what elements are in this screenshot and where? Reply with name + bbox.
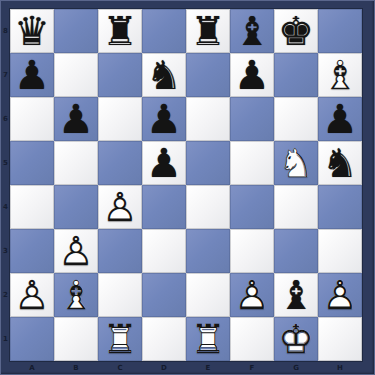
rank-label-3: 3 — [1, 229, 10, 273]
rank-label-6: 6 — [1, 97, 10, 141]
black-pawn[interactable]: ♟ — [230, 53, 274, 97]
square-b2[interactable]: ♝♗ — [54, 273, 98, 317]
rank-label-2: 2 — [1, 273, 10, 317]
black-pawn[interactable]: ♟ — [142, 141, 186, 185]
square-f8[interactable]: ♝ — [230, 9, 274, 53]
white-rook-glyph-outline: ♖ — [98, 317, 142, 361]
rank-label-4: 4 — [1, 185, 10, 229]
square-b5[interactable] — [54, 141, 98, 185]
white-bishop[interactable]: ♝♗ — [318, 53, 362, 97]
square-d1[interactable] — [142, 317, 186, 361]
rank-label-8: 8 — [1, 9, 10, 53]
white-king-glyph-outline: ♔ — [274, 317, 318, 361]
file-label-a: A — [10, 361, 54, 374]
black-bishop[interactable]: ♝ — [274, 273, 318, 317]
black-pawn[interactable]: ♟ — [10, 53, 54, 97]
square-f4[interactable] — [230, 185, 274, 229]
white-pawn[interactable]: ♟♙ — [54, 229, 98, 273]
square-a6[interactable] — [10, 97, 54, 141]
black-rook[interactable]: ♜ — [98, 9, 142, 53]
file-label-g: G — [274, 361, 318, 374]
square-g4[interactable] — [274, 185, 318, 229]
black-queen[interactable]: ♛ — [10, 9, 54, 53]
square-d4[interactable] — [142, 185, 186, 229]
black-pawn[interactable]: ♟ — [142, 97, 186, 141]
square-g7[interactable] — [274, 53, 318, 97]
chess-board: ♛♜♜♝♚♟♞♟♝♗♟♟♟♟♞♘♞♟♙♟♙♟♙♝♗♟♙♝♟♙♜♖♜♖♚♔ — [10, 9, 362, 361]
white-bishop-glyph-outline: ♗ — [54, 273, 98, 317]
white-pawn[interactable]: ♟♙ — [98, 185, 142, 229]
rank-label-7: 7 — [1, 53, 10, 97]
square-a5[interactable] — [10, 141, 54, 185]
white-rook[interactable]: ♜♖ — [98, 317, 142, 361]
file-labels: ABCDEFGH — [10, 361, 362, 375]
square-g6[interactable] — [274, 97, 318, 141]
black-pawn[interactable]: ♟ — [318, 97, 362, 141]
file-label-f: F — [230, 361, 274, 374]
square-a1[interactable] — [10, 317, 54, 361]
square-c2[interactable] — [98, 273, 142, 317]
rank-label-5: 5 — [1, 141, 10, 185]
white-rook-glyph-outline: ♖ — [186, 317, 230, 361]
square-f7[interactable]: ♟ — [230, 53, 274, 97]
square-e6[interactable] — [186, 97, 230, 141]
square-b1[interactable] — [54, 317, 98, 361]
square-a8[interactable]: ♛ — [10, 9, 54, 53]
square-g5[interactable]: ♞♘ — [274, 141, 318, 185]
square-f5[interactable] — [230, 141, 274, 185]
square-h2[interactable]: ♟♙ — [318, 273, 362, 317]
white-pawn-glyph-outline: ♙ — [10, 273, 54, 317]
black-rook[interactable]: ♜ — [186, 9, 230, 53]
square-b4[interactable] — [54, 185, 98, 229]
square-f2[interactable]: ♟♙ — [230, 273, 274, 317]
file-label-h: H — [318, 361, 362, 374]
square-a2[interactable]: ♟♙ — [10, 273, 54, 317]
square-a4[interactable] — [10, 185, 54, 229]
file-label-d: D — [142, 361, 186, 374]
white-rook[interactable]: ♜♖ — [186, 317, 230, 361]
white-knight[interactable]: ♞♘ — [274, 141, 318, 185]
square-c1[interactable]: ♜♖ — [98, 317, 142, 361]
square-e3[interactable] — [186, 229, 230, 273]
square-d6[interactable]: ♟ — [142, 97, 186, 141]
black-king[interactable]: ♚ — [274, 9, 318, 53]
white-knight-glyph-outline: ♘ — [274, 141, 318, 185]
file-label-e: E — [186, 361, 230, 374]
square-d3[interactable] — [142, 229, 186, 273]
square-f3[interactable] — [230, 229, 274, 273]
square-d8[interactable] — [142, 9, 186, 53]
rank-labels: 87654321 — [0, 9, 10, 361]
black-bishop[interactable]: ♝ — [230, 9, 274, 53]
square-h6[interactable]: ♟ — [318, 97, 362, 141]
square-c3[interactable] — [98, 229, 142, 273]
file-label-c: C — [98, 361, 142, 374]
square-e7[interactable] — [186, 53, 230, 97]
white-pawn-glyph-outline: ♙ — [230, 273, 274, 317]
square-a7[interactable]: ♟ — [10, 53, 54, 97]
square-h4[interactable] — [318, 185, 362, 229]
black-pawn[interactable]: ♟ — [54, 97, 98, 141]
square-d2[interactable] — [142, 273, 186, 317]
square-e1[interactable]: ♜♖ — [186, 317, 230, 361]
square-h8[interactable] — [318, 9, 362, 53]
square-c5[interactable] — [98, 141, 142, 185]
square-f6[interactable] — [230, 97, 274, 141]
square-c8[interactable]: ♜ — [98, 9, 142, 53]
square-e2[interactable] — [186, 273, 230, 317]
square-g2[interactable]: ♝ — [274, 273, 318, 317]
file-label-b: B — [54, 361, 98, 374]
white-bishop-glyph-outline: ♗ — [318, 53, 362, 97]
black-knight[interactable]: ♞ — [142, 53, 186, 97]
square-g3[interactable] — [274, 229, 318, 273]
square-d7[interactable]: ♞ — [142, 53, 186, 97]
square-c6[interactable] — [98, 97, 142, 141]
white-pawn-glyph-outline: ♙ — [54, 229, 98, 273]
square-c4[interactable]: ♟♙ — [98, 185, 142, 229]
white-pawn[interactable]: ♟♙ — [10, 273, 54, 317]
square-e8[interactable]: ♜ — [186, 9, 230, 53]
square-e4[interactable] — [186, 185, 230, 229]
white-bishop[interactable]: ♝♗ — [54, 273, 98, 317]
white-pawn-glyph-outline: ♙ — [98, 185, 142, 229]
white-king[interactable]: ♚♔ — [274, 317, 318, 361]
square-h3[interactable] — [318, 229, 362, 273]
square-h7[interactable]: ♝♗ — [318, 53, 362, 97]
square-h1[interactable] — [318, 317, 362, 361]
square-g1[interactable]: ♚♔ — [274, 317, 318, 361]
chessboard-window: 87654321 ♛♜♜♝♚♟♞♟♝♗♟♟♟♟♞♘♞♟♙♟♙♟♙♝♗♟♙♝♟♙♜… — [0, 0, 375, 375]
black-knight[interactable]: ♞ — [318, 141, 362, 185]
square-c7[interactable] — [98, 53, 142, 97]
square-b3[interactable]: ♟♙ — [54, 229, 98, 273]
square-d5[interactable]: ♟ — [142, 141, 186, 185]
square-h5[interactable]: ♞ — [318, 141, 362, 185]
square-g8[interactable]: ♚ — [274, 9, 318, 53]
white-pawn-glyph-outline: ♙ — [318, 273, 362, 317]
square-f1[interactable] — [230, 317, 274, 361]
white-pawn[interactable]: ♟♙ — [318, 273, 362, 317]
white-pawn[interactable]: ♟♙ — [230, 273, 274, 317]
square-a3[interactable] — [10, 229, 54, 273]
square-e5[interactable] — [186, 141, 230, 185]
square-b6[interactable]: ♟ — [54, 97, 98, 141]
square-b7[interactable] — [54, 53, 98, 97]
rank-label-1: 1 — [1, 317, 10, 361]
square-b8[interactable] — [54, 9, 98, 53]
